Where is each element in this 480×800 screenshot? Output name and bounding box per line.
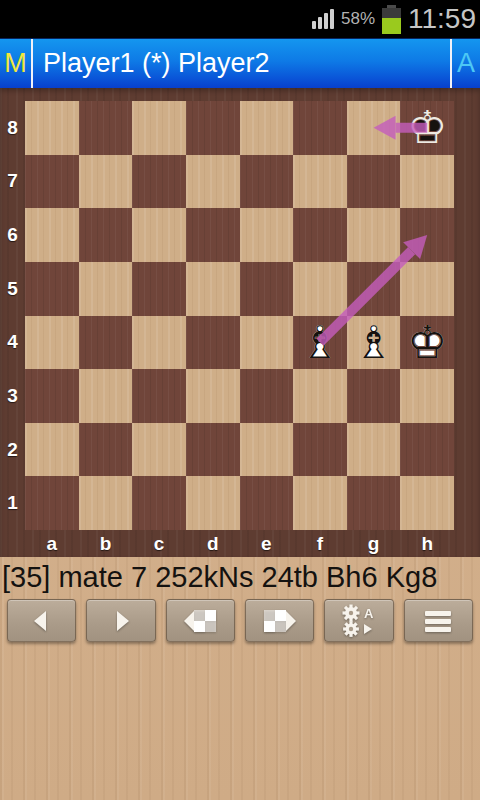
square-f7[interactable] — [293, 155, 347, 209]
square-a7[interactable] — [25, 155, 79, 209]
square-b3[interactable] — [79, 369, 133, 423]
square-d4[interactable] — [186, 316, 240, 370]
file-label-h: h — [400, 530, 454, 557]
file-labels: abcdefgh — [25, 530, 454, 557]
square-h5[interactable] — [400, 262, 454, 316]
square-a2[interactable] — [25, 423, 79, 477]
signal-strength-icon — [312, 7, 334, 31]
square-f1[interactable] — [293, 476, 347, 530]
square-e7[interactable] — [240, 155, 294, 209]
square-b5[interactable] — [79, 262, 133, 316]
square-d1[interactable] — [186, 476, 240, 530]
next-game-button[interactable] — [245, 599, 314, 642]
rank-label-4: 4 — [0, 316, 25, 370]
battery-icon — [382, 5, 401, 34]
prev-game-button[interactable] — [166, 599, 235, 642]
square-d3[interactable] — [186, 369, 240, 423]
file-label-c: c — [132, 530, 186, 557]
forward-move-button[interactable] — [86, 599, 155, 642]
square-c8[interactable] — [132, 101, 186, 155]
square-a4[interactable] — [25, 316, 79, 370]
square-b4[interactable] — [79, 316, 133, 370]
square-e2[interactable] — [240, 423, 294, 477]
square-f4[interactable] — [293, 316, 347, 370]
rank-labels: 87654321 — [0, 101, 25, 530]
square-a3[interactable] — [25, 369, 79, 423]
square-h1[interactable] — [400, 476, 454, 530]
square-g5[interactable] — [347, 262, 401, 316]
square-f6[interactable] — [293, 208, 347, 262]
square-f2[interactable] — [293, 423, 347, 477]
square-b8[interactable] — [79, 101, 133, 155]
square-h2[interactable] — [400, 423, 454, 477]
square-c2[interactable] — [132, 423, 186, 477]
square-h6[interactable] — [400, 208, 454, 262]
square-f8[interactable] — [293, 101, 347, 155]
file-label-d: d — [186, 530, 240, 557]
square-c6[interactable] — [132, 208, 186, 262]
square-g7[interactable] — [347, 155, 401, 209]
rank-label-3: 3 — [0, 369, 25, 423]
square-h8[interactable] — [400, 101, 454, 155]
title-bar: M Player1 (*) Player2 A — [0, 38, 480, 88]
square-h3[interactable] — [400, 369, 454, 423]
square-b6[interactable] — [79, 208, 133, 262]
toolbar: A — [0, 599, 480, 642]
hamburger-icon — [423, 608, 453, 634]
square-f5[interactable] — [293, 262, 347, 316]
square-b1[interactable] — [79, 476, 133, 530]
board-triangle-right-icon — [261, 608, 299, 634]
file-label-b: b — [79, 530, 133, 557]
triangle-left-board-icon — [181, 608, 219, 634]
engine-output-line: [35] mate 7 252kNs 24tb Bh6 Kg8 — [0, 557, 480, 599]
triangle-right-icon — [106, 609, 136, 633]
battery-percent-label: 58% — [341, 9, 375, 29]
square-b2[interactable] — [79, 423, 133, 477]
file-label-g: g — [347, 530, 401, 557]
square-d6[interactable] — [186, 208, 240, 262]
square-g8[interactable] — [347, 101, 401, 155]
square-c7[interactable] — [132, 155, 186, 209]
rank-label-6: 6 — [0, 208, 25, 262]
game-title: Player1 (*) Player2 — [33, 39, 450, 88]
triangle-left-icon — [27, 609, 57, 633]
square-f3[interactable] — [293, 369, 347, 423]
square-c5[interactable] — [132, 262, 186, 316]
file-label-f: f — [293, 530, 347, 557]
chess-board: 87654321 ♚♔♝♗♝♗♚♔ abcdefgh — [0, 88, 480, 557]
square-a8[interactable] — [25, 101, 79, 155]
square-e8[interactable] — [240, 101, 294, 155]
rank-label-2: 2 — [0, 423, 25, 477]
square-d7[interactable] — [186, 155, 240, 209]
square-g6[interactable] — [347, 208, 401, 262]
square-d2[interactable] — [186, 423, 240, 477]
rank-label-7: 7 — [0, 155, 25, 209]
board-grid[interactable] — [25, 101, 454, 530]
analysis-badge-button[interactable]: A — [452, 39, 480, 88]
engine-auto-button[interactable]: A — [324, 599, 393, 642]
square-g3[interactable] — [347, 369, 401, 423]
status-bar: 58% 11:59 — [0, 0, 480, 38]
square-a6[interactable] — [25, 208, 79, 262]
rank-label-8: 8 — [0, 101, 25, 155]
back-move-button[interactable] — [7, 599, 76, 642]
square-d8[interactable] — [186, 101, 240, 155]
square-h7[interactable] — [400, 155, 454, 209]
menu-button[interactable] — [404, 599, 473, 642]
square-e5[interactable] — [240, 262, 294, 316]
square-e3[interactable] — [240, 369, 294, 423]
gears-auto-icon: A — [339, 604, 379, 638]
square-g1[interactable] — [347, 476, 401, 530]
square-e4[interactable] — [240, 316, 294, 370]
square-e1[interactable] — [240, 476, 294, 530]
square-g4[interactable] — [347, 316, 401, 370]
rank-label-5: 5 — [0, 262, 25, 316]
menu-badge-button[interactable]: M — [0, 39, 31, 88]
square-g2[interactable] — [347, 423, 401, 477]
square-b7[interactable] — [79, 155, 133, 209]
square-c4[interactable] — [132, 316, 186, 370]
square-a1[interactable] — [25, 476, 79, 530]
rank-label-1: 1 — [0, 476, 25, 530]
square-c3[interactable] — [132, 369, 186, 423]
square-c1[interactable] — [132, 476, 186, 530]
status-clock: 11:59 — [408, 3, 476, 35]
file-label-a: a — [25, 530, 79, 557]
square-d5[interactable] — [186, 262, 240, 316]
file-label-e: e — [240, 530, 294, 557]
square-a5[interactable] — [25, 262, 79, 316]
square-h4[interactable] — [400, 316, 454, 370]
square-e6[interactable] — [240, 208, 294, 262]
svg-text:A: A — [364, 606, 374, 621]
